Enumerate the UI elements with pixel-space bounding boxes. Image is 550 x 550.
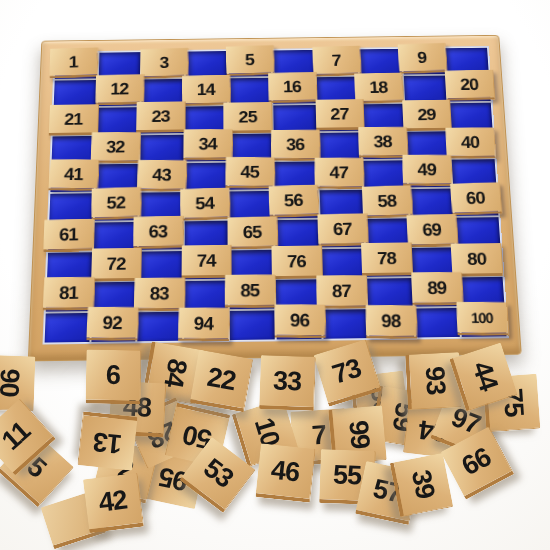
tile-number: 11 <box>0 417 35 455</box>
tile-number: 13 <box>92 428 123 458</box>
tile-number: 22 <box>205 363 237 394</box>
tile-number: 53 <box>199 454 238 492</box>
tile-pile: 3659795529084285048109964979375447322336… <box>0 0 550 550</box>
pile-tile-22[interactable]: 22 <box>190 350 254 413</box>
tile-number: 66 <box>457 443 494 480</box>
scene: 1357912141618202123252729323436384041434… <box>0 0 550 550</box>
pile-tile-13[interactable]: 13 <box>77 411 137 470</box>
tile-number: 73 <box>329 354 364 388</box>
tile-number: 44 <box>468 358 502 393</box>
pile-tile-6[interactable]: 6 <box>86 350 142 405</box>
pile-tile-33[interactable]: 33 <box>259 355 316 411</box>
tile-number: 55 <box>333 461 362 489</box>
pile-tile-39[interactable]: 39 <box>390 453 454 517</box>
tile-number: 7 <box>311 421 327 449</box>
tile-number: 39 <box>407 468 439 501</box>
tile-number: 33 <box>273 367 302 395</box>
tile-number: 93 <box>421 366 449 395</box>
tile-number: 99 <box>345 419 374 449</box>
tile-number: 46 <box>270 456 301 486</box>
pile-tile-46[interactable]: 46 <box>255 443 315 502</box>
tile-number: 6 <box>106 361 121 388</box>
tile-number: 90 <box>0 368 23 397</box>
pile-tile-42[interactable]: 42 <box>83 473 144 533</box>
tile-number: 42 <box>97 486 128 516</box>
